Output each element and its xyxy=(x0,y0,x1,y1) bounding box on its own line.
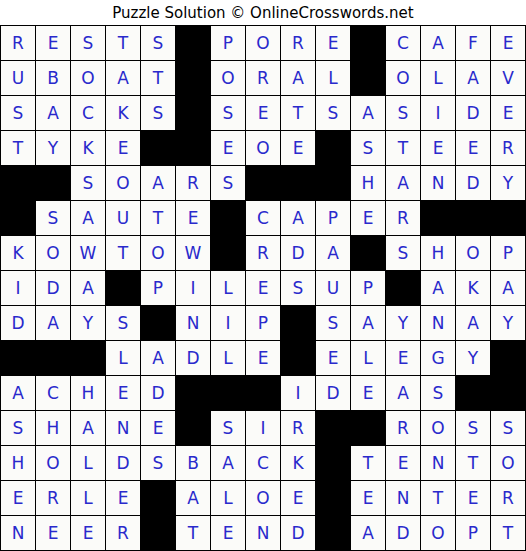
letter-cell-r6c3: A xyxy=(71,201,106,236)
letter-cell-r1c9: R xyxy=(281,26,316,61)
black-cell-r1c11 xyxy=(351,26,386,61)
letter-cell-r7c5: O xyxy=(141,236,176,271)
letter-cell-r7c9: D xyxy=(281,236,316,271)
letter-cell-r3c7: S xyxy=(211,96,246,131)
black-cell-r6c7 xyxy=(211,201,246,236)
letter-cell-r13c6: B xyxy=(176,446,211,481)
letter-cell-r1c3: S xyxy=(71,26,106,61)
letter-cell-r2c13: L xyxy=(421,61,456,96)
letter-cell-r13c3: L xyxy=(71,446,106,481)
letter-cell-r14c13: T xyxy=(421,481,456,516)
black-cell-r11c7 xyxy=(211,376,246,411)
black-cell-r5c1 xyxy=(1,166,36,201)
letter-cell-r11c4: E xyxy=(106,376,141,411)
letter-cell-r12c14: S xyxy=(456,411,491,446)
letter-cell-r2c3: O xyxy=(71,61,106,96)
letter-cell-r1c14: F xyxy=(456,26,491,61)
letter-cell-r15c12: D xyxy=(386,516,421,551)
letter-cell-r2c4: A xyxy=(106,61,141,96)
letter-cell-r5c4: O xyxy=(106,166,141,201)
letter-cell-r4c13: E xyxy=(421,131,456,166)
letter-cell-r6c11: E xyxy=(351,201,386,236)
letter-cell-r14c12: N xyxy=(386,481,421,516)
letter-cell-r9c15: Y xyxy=(491,306,526,341)
letter-cell-r3c11: A xyxy=(351,96,386,131)
letter-cell-r14c11: E xyxy=(351,481,386,516)
letter-cell-r9c2: A xyxy=(36,306,71,341)
letter-cell-r1c13: A xyxy=(421,26,456,61)
letter-cell-r2c12: O xyxy=(386,61,421,96)
letter-cell-r8c1: I xyxy=(1,271,36,306)
letter-cell-r14c6: A xyxy=(176,481,211,516)
black-cell-r10c3 xyxy=(71,341,106,376)
letter-cell-r8c8: E xyxy=(246,271,281,306)
letter-cell-r7c14: O xyxy=(456,236,491,271)
letter-cell-r9c10: S xyxy=(316,306,351,341)
letter-cell-r2c8: R xyxy=(246,61,281,96)
letter-cell-r3c15: E xyxy=(491,96,526,131)
letter-cell-r15c14: P xyxy=(456,516,491,551)
letter-cell-r4c3: K xyxy=(71,131,106,166)
letter-cell-r5c6: R xyxy=(176,166,211,201)
letter-cell-r7c8: R xyxy=(246,236,281,271)
black-cell-r12c10 xyxy=(316,411,351,446)
black-cell-r6c15 xyxy=(491,201,526,236)
black-cell-r6c14 xyxy=(456,201,491,236)
letter-cell-r8c2: D xyxy=(36,271,71,306)
letter-cell-r12c5: E xyxy=(141,411,176,446)
black-cell-r14c10 xyxy=(316,481,351,516)
letter-cell-r14c15: R xyxy=(491,481,526,516)
letter-cell-r5c11: H xyxy=(351,166,386,201)
letter-cell-r7c3: W xyxy=(71,236,106,271)
black-cell-r5c8 xyxy=(246,166,281,201)
letter-cell-r13c5: S xyxy=(141,446,176,481)
letter-cell-r6c4: U xyxy=(106,201,141,236)
letter-cell-r13c14: T xyxy=(456,446,491,481)
letter-cell-r5c3: S xyxy=(71,166,106,201)
letter-cell-r8c6: I xyxy=(176,271,211,306)
letter-cell-r1c1: R xyxy=(1,26,36,61)
letter-cell-r6c2: S xyxy=(36,201,71,236)
letter-cell-r8c14: K xyxy=(456,271,491,306)
letter-cell-r3c14: D xyxy=(456,96,491,131)
black-cell-r12c11 xyxy=(351,411,386,446)
letter-cell-r14c7: L xyxy=(211,481,246,516)
letter-cell-r5c14: D xyxy=(456,166,491,201)
letter-cell-r6c9: A xyxy=(281,201,316,236)
letter-cell-r10c11: L xyxy=(351,341,386,376)
letter-cell-r3c1: S xyxy=(1,96,36,131)
letter-cell-r9c12: Y xyxy=(386,306,421,341)
letter-cell-r4c8: O xyxy=(246,131,281,166)
letter-cell-r11c9: I xyxy=(281,376,316,411)
black-cell-r5c10 xyxy=(316,166,351,201)
black-cell-r8c12 xyxy=(386,271,421,306)
letter-cell-r7c15: P xyxy=(491,236,526,271)
black-cell-r14c5 xyxy=(141,481,176,516)
letter-cell-r3c10: S xyxy=(316,96,351,131)
letter-cell-r11c5: D xyxy=(141,376,176,411)
black-cell-r7c11 xyxy=(351,236,386,271)
black-cell-r9c9 xyxy=(281,306,316,341)
letter-cell-r13c13: N xyxy=(421,446,456,481)
black-cell-r2c11 xyxy=(351,61,386,96)
letter-cell-r1c5: S xyxy=(141,26,176,61)
letter-cell-r10c7: L xyxy=(211,341,246,376)
letter-cell-r3c3: C xyxy=(71,96,106,131)
letter-cell-r9c3: Y xyxy=(71,306,106,341)
letter-cell-r2c14: A xyxy=(456,61,491,96)
letter-cell-r11c13: S xyxy=(421,376,456,411)
page-title: Puzzle Solution © OnlineCrosswords.net xyxy=(112,4,413,22)
letter-cell-r15c6: T xyxy=(176,516,211,551)
letter-cell-r11c12: A xyxy=(386,376,421,411)
letter-cell-r14c1: E xyxy=(1,481,36,516)
letter-cell-r9c6: N xyxy=(176,306,211,341)
black-cell-r10c9 xyxy=(281,341,316,376)
black-cell-r4c5 xyxy=(141,131,176,166)
letter-cell-r4c11: S xyxy=(351,131,386,166)
letter-cell-r9c11: A xyxy=(351,306,386,341)
letter-cell-r2c2: B xyxy=(36,61,71,96)
letter-cell-r8c9: S xyxy=(281,271,316,306)
letter-cell-r10c12: E xyxy=(386,341,421,376)
letter-cell-r8c3: A xyxy=(71,271,106,306)
black-cell-r6c1 xyxy=(1,201,36,236)
letter-cell-r10c10: E xyxy=(316,341,351,376)
letter-cell-r15c9: D xyxy=(281,516,316,551)
letter-cell-r13c2: O xyxy=(36,446,71,481)
letter-cell-r15c7: E xyxy=(211,516,246,551)
letter-cell-r3c12: S xyxy=(386,96,421,131)
letter-cell-r15c4: R xyxy=(106,516,141,551)
letter-cell-r3c2: A xyxy=(36,96,71,131)
letter-cell-r2c15: V xyxy=(491,61,526,96)
letter-cell-r3c5: S xyxy=(141,96,176,131)
letter-cell-r1c4: T xyxy=(106,26,141,61)
letter-cell-r5c7: S xyxy=(211,166,246,201)
letter-cell-r7c6: W xyxy=(176,236,211,271)
letter-cell-r5c15: Y xyxy=(491,166,526,201)
letter-cell-r4c14: E xyxy=(456,131,491,166)
letter-cell-r7c4: T xyxy=(106,236,141,271)
black-cell-r1c6 xyxy=(176,26,211,61)
letter-cell-r12c2: H xyxy=(36,411,71,446)
letter-cell-r8c15: A xyxy=(491,271,526,306)
black-cell-r11c15 xyxy=(491,376,526,411)
letter-cell-r6c10: P xyxy=(316,201,351,236)
black-cell-r5c2 xyxy=(36,166,71,201)
letter-cell-r12c9: R xyxy=(281,411,316,446)
letter-cell-r5c12: A xyxy=(386,166,421,201)
letter-cell-r4c9: E xyxy=(281,131,316,166)
letter-cell-r6c8: C xyxy=(246,201,281,236)
black-cell-r11c6 xyxy=(176,376,211,411)
letter-cell-r4c4: E xyxy=(106,131,141,166)
letter-cell-r6c12: R xyxy=(386,201,421,236)
letter-cell-r3c4: K xyxy=(106,96,141,131)
black-cell-r13c10 xyxy=(316,446,351,481)
puzzle-solution-page: Puzzle Solution © OnlineCrosswords.net R… xyxy=(0,0,526,551)
letter-cell-r9c1: D xyxy=(1,306,36,341)
black-cell-r15c5 xyxy=(141,516,176,551)
letter-cell-r11c3: H xyxy=(71,376,106,411)
letter-cell-r15c1: N xyxy=(1,516,36,551)
black-cell-r10c15 xyxy=(491,341,526,376)
letter-cell-r12c4: N xyxy=(106,411,141,446)
black-cell-r5c9 xyxy=(281,166,316,201)
black-cell-r10c1 xyxy=(1,341,36,376)
letter-cell-r13c4: D xyxy=(106,446,141,481)
letter-cell-r8c10: U xyxy=(316,271,351,306)
letter-cell-r4c15: R xyxy=(491,131,526,166)
letter-cell-r15c2: E xyxy=(36,516,71,551)
letter-cell-r2c7: O xyxy=(211,61,246,96)
letter-cell-r7c1: K xyxy=(1,236,36,271)
letter-cell-r10c14: Y xyxy=(456,341,491,376)
letter-cell-r15c3: E xyxy=(71,516,106,551)
black-cell-r6c13 xyxy=(421,201,456,236)
letter-cell-r15c11: A xyxy=(351,516,386,551)
letter-cell-r8c5: P xyxy=(141,271,176,306)
letter-cell-r13c8: C xyxy=(246,446,281,481)
letter-cell-r9c14: A xyxy=(456,306,491,341)
letter-cell-r8c7: L xyxy=(211,271,246,306)
letter-cell-r14c8: O xyxy=(246,481,281,516)
letter-cell-r14c4: E xyxy=(106,481,141,516)
letter-cell-r11c10: D xyxy=(316,376,351,411)
letter-cell-r7c13: H xyxy=(421,236,456,271)
black-cell-r11c8 xyxy=(246,376,281,411)
black-cell-r4c10 xyxy=(316,131,351,166)
black-cell-r10c2 xyxy=(36,341,71,376)
letter-cell-r4c2: Y xyxy=(36,131,71,166)
letter-cell-r12c13: O xyxy=(421,411,456,446)
letter-cell-r12c8: I xyxy=(246,411,281,446)
letter-cell-r12c7: S xyxy=(211,411,246,446)
letter-cell-r11c11: E xyxy=(351,376,386,411)
crossword-grid: RESTSPORECAFEUBOATORALOLAVSACKSSETSASIDE… xyxy=(0,25,526,551)
letter-cell-r7c12: S xyxy=(386,236,421,271)
letter-cell-r11c2: C xyxy=(36,376,71,411)
letter-cell-r8c11: P xyxy=(351,271,386,306)
letter-cell-r14c2: R xyxy=(36,481,71,516)
letter-cell-r1c10: E xyxy=(316,26,351,61)
letter-cell-r7c10: A xyxy=(316,236,351,271)
letter-cell-r6c5: T xyxy=(141,201,176,236)
letter-cell-r3c8: E xyxy=(246,96,281,131)
letter-cell-r12c1: S xyxy=(1,411,36,446)
letter-cell-r10c13: G xyxy=(421,341,456,376)
letter-cell-r15c8: N xyxy=(246,516,281,551)
letter-cell-r13c1: H xyxy=(1,446,36,481)
letter-cell-r8c13: A xyxy=(421,271,456,306)
letter-cell-r2c10: L xyxy=(316,61,351,96)
letter-cell-r11c1: A xyxy=(1,376,36,411)
letter-cell-r2c9: A xyxy=(281,61,316,96)
black-cell-r11c14 xyxy=(456,376,491,411)
letter-cell-r10c5: A xyxy=(141,341,176,376)
letter-cell-r14c9: E xyxy=(281,481,316,516)
letter-cell-r15c13: O xyxy=(421,516,456,551)
letter-cell-r2c1: U xyxy=(1,61,36,96)
letter-cell-r14c14: E xyxy=(456,481,491,516)
letter-cell-r13c12: E xyxy=(386,446,421,481)
letter-cell-r3c13: I xyxy=(421,96,456,131)
letter-cell-r1c2: E xyxy=(36,26,71,61)
letter-cell-r12c3: A xyxy=(71,411,106,446)
letter-cell-r5c5: A xyxy=(141,166,176,201)
letter-cell-r10c8: E xyxy=(246,341,281,376)
letter-cell-r13c11: T xyxy=(351,446,386,481)
letter-cell-r13c7: A xyxy=(211,446,246,481)
letter-cell-r14c3: L xyxy=(71,481,106,516)
letter-cell-r1c8: O xyxy=(246,26,281,61)
letter-cell-r9c8: P xyxy=(246,306,281,341)
black-cell-r15c10 xyxy=(316,516,351,551)
letter-cell-r9c4: S xyxy=(106,306,141,341)
black-cell-r8c4 xyxy=(106,271,141,306)
letter-cell-r4c7: E xyxy=(211,131,246,166)
letter-cell-r4c12: T xyxy=(386,131,421,166)
letter-cell-r4c1: T xyxy=(1,131,36,166)
black-cell-r9c5 xyxy=(141,306,176,341)
black-cell-r12c6 xyxy=(176,411,211,446)
black-cell-r7c7 xyxy=(211,236,246,271)
letter-cell-r1c7: P xyxy=(211,26,246,61)
letter-cell-r5c13: N xyxy=(421,166,456,201)
black-cell-r3c6 xyxy=(176,96,211,131)
letter-cell-r9c7: I xyxy=(211,306,246,341)
letter-cell-r13c15: O xyxy=(491,446,526,481)
black-cell-r2c6 xyxy=(176,61,211,96)
letter-cell-r1c12: C xyxy=(386,26,421,61)
letter-cell-r6c6: E xyxy=(176,201,211,236)
letter-cell-r7c2: O xyxy=(36,236,71,271)
black-cell-r4c6 xyxy=(176,131,211,166)
letter-cell-r3c9: T xyxy=(281,96,316,131)
letter-cell-r1c15: E xyxy=(491,26,526,61)
title-bar: Puzzle Solution © OnlineCrosswords.net xyxy=(0,0,526,25)
letter-cell-r9c13: N xyxy=(421,306,456,341)
letter-cell-r10c6: D xyxy=(176,341,211,376)
letter-cell-r15c15: T xyxy=(491,516,526,551)
letter-cell-r12c12: R xyxy=(386,411,421,446)
letter-cell-r2c5: T xyxy=(141,61,176,96)
letter-cell-r13c9: K xyxy=(281,446,316,481)
letter-cell-r12c15: S xyxy=(491,411,526,446)
letter-cell-r10c4: L xyxy=(106,341,141,376)
